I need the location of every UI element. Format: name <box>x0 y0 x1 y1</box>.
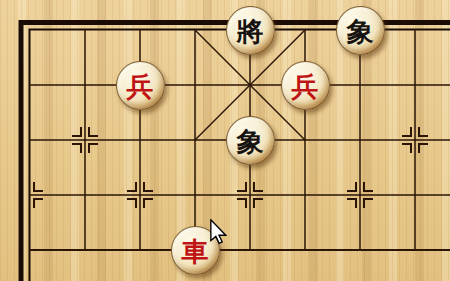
board-point[interactable] <box>223 168 278 223</box>
piece-character: 象 <box>237 128 264 155</box>
board-point[interactable]: 兵 <box>113 58 168 113</box>
board-point[interactable] <box>3 113 58 168</box>
piece-red-soldier-1[interactable]: 兵 <box>116 61 165 110</box>
board-point[interactable] <box>113 113 168 168</box>
board-point[interactable] <box>58 58 113 113</box>
board-point[interactable] <box>223 223 278 278</box>
board-point[interactable] <box>388 223 443 278</box>
board-point[interactable] <box>223 58 278 113</box>
board-point[interactable] <box>3 58 58 113</box>
board-point[interactable] <box>278 3 333 58</box>
piece-character: 兵 <box>292 73 319 100</box>
piece-character: 車 <box>182 238 209 265</box>
board-point[interactable] <box>3 223 58 278</box>
board-point[interactable] <box>113 3 168 58</box>
piece-character: 將 <box>237 18 264 45</box>
board-point[interactable] <box>58 3 113 58</box>
board-point[interactable] <box>58 223 113 278</box>
xiangqi-board: 將象兵兵象車 <box>0 0 450 281</box>
board-point[interactable] <box>333 58 388 113</box>
board-point[interactable]: 象 <box>333 3 388 58</box>
piece-black-elephant-2[interactable]: 象 <box>226 116 275 165</box>
board-point[interactable] <box>333 168 388 223</box>
piece-black-elephant-1[interactable]: 象 <box>336 6 385 55</box>
board-point[interactable] <box>168 113 223 168</box>
piece-red-soldier-2[interactable]: 兵 <box>281 61 330 110</box>
board-point[interactable] <box>168 168 223 223</box>
board-point[interactable]: 象 <box>223 113 278 168</box>
board-point[interactable] <box>388 168 443 223</box>
board-point[interactable] <box>58 168 113 223</box>
board-point[interactable]: 兵 <box>278 58 333 113</box>
board-point[interactable] <box>3 168 58 223</box>
piece-black-general[interactable]: 將 <box>226 6 275 55</box>
board-point[interactable] <box>388 58 443 113</box>
board-point[interactable] <box>113 168 168 223</box>
board-point[interactable] <box>168 58 223 113</box>
board-point[interactable] <box>113 223 168 278</box>
board-point[interactable] <box>278 168 333 223</box>
board-point[interactable] <box>333 113 388 168</box>
board-point[interactable] <box>58 113 113 168</box>
board-point[interactable] <box>168 3 223 58</box>
mouse-cursor-icon <box>210 219 227 244</box>
board-point[interactable] <box>388 3 443 58</box>
board-point[interactable] <box>388 113 443 168</box>
board-point[interactable]: 將 <box>223 3 278 58</box>
board-point[interactable] <box>3 3 58 58</box>
board-point[interactable] <box>333 223 388 278</box>
piece-character: 象 <box>347 18 374 45</box>
board-point[interactable] <box>278 223 333 278</box>
piece-character: 兵 <box>127 73 154 100</box>
board-point[interactable] <box>278 113 333 168</box>
